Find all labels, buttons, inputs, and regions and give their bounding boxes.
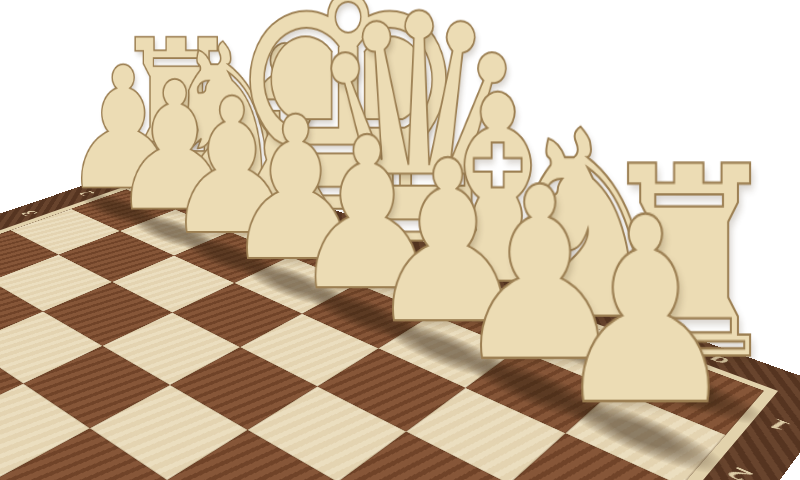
white-pawn-glyph: ♟ <box>551 183 740 440</box>
rank-label-right-2: 2 <box>724 463 755 480</box>
product-photo-stage: hgfedcba1122334455667788 ♜♞♝♚♛♝♞♜♟♟♟♟♟♟♟… <box>0 0 800 480</box>
chess-board: hgfedcba1122334455667788 ♜♞♝♚♛♝♞♜♟♟♟♟♟♟♟… <box>0 154 800 480</box>
rank-label-right-1: 1 <box>765 415 793 435</box>
board-3d-scene: hgfedcba1122334455667788 ♜♞♝♚♛♝♞♜♟♟♟♟♟♟♟… <box>0 0 642 480</box>
